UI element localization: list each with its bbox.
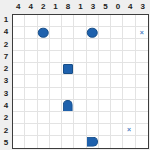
grid-cell[interactable] [38,88,50,100]
grid-cell[interactable] [62,75,74,87]
row-clue: 4 [0,100,12,112]
grid-cell[interactable] [50,27,62,39]
grid-cell[interactable] [25,136,37,148]
grid-cell[interactable] [38,39,50,51]
col-clue: 4 [12,0,24,14]
grid-cell[interactable] [25,39,37,51]
row-clue: 2 [0,124,12,136]
grid-cell[interactable] [136,51,148,63]
grid-cell[interactable] [87,88,99,100]
grid-cell[interactable] [111,27,123,39]
row-clue: 2 [0,39,12,51]
grid-cell[interactable] [74,75,86,87]
grid-cell[interactable] [111,88,123,100]
grid-cell[interactable] [74,15,86,27]
grid-cell[interactable] [62,112,74,124]
grid-cell[interactable] [87,124,99,136]
grid-cell[interactable] [13,63,25,75]
col-clue: 3 [137,0,149,14]
grid-cell[interactable] [99,63,111,75]
grid-cell[interactable] [50,100,62,112]
grid-cell[interactable] [99,100,111,112]
grid-cell[interactable] [62,124,74,136]
grid-cell[interactable] [25,27,37,39]
col-clue: 8 [62,0,74,14]
grid-cell[interactable] [62,51,74,63]
grid-cell[interactable] [50,39,62,51]
grid-cell[interactable] [111,63,123,75]
grid-cell[interactable] [13,136,25,148]
grid-cell[interactable] [123,88,135,100]
grid-cell[interactable] [62,88,74,100]
grid-cell[interactable] [99,39,111,51]
column-clues: 44218135043 [12,0,149,14]
grid-cell[interactable] [13,88,25,100]
battleship-board: 44218135043 14272334225 ×× [0,0,150,150]
grid-cell[interactable] [74,63,86,75]
col-clue: 3 [87,0,99,14]
grid-cell[interactable] [38,63,50,75]
grid-cell[interactable] [87,75,99,87]
grid-cell[interactable] [87,112,99,124]
grid-cell[interactable] [136,124,148,136]
grid-cell[interactable] [13,100,25,112]
grid-cell[interactable] [87,39,99,51]
grid-cell[interactable] [136,75,148,87]
grid-cell[interactable] [13,39,25,51]
grid-cell[interactable] [50,88,62,100]
grid-cell[interactable] [74,27,86,39]
grid-cell[interactable] [99,88,111,100]
grid-cell[interactable] [123,27,135,39]
grid-cell[interactable] [87,15,99,27]
grid-cell[interactable]: × [136,27,148,39]
grid-cell[interactable] [74,39,86,51]
row-clue: 5 [0,137,12,149]
grid-cell[interactable] [87,27,99,39]
grid-cell[interactable] [74,124,86,136]
grid-cell[interactable] [123,136,135,148]
grid-cell[interactable] [111,124,123,136]
grid-cell[interactable] [87,51,99,63]
row-clues: 14272334225 [0,14,12,149]
grid-cell[interactable] [62,27,74,39]
row-clue: 1 [0,14,12,26]
ship-end-right-piece [87,137,98,148]
grid-cell[interactable] [99,124,111,136]
grid-cell[interactable] [123,75,135,87]
grid-cell[interactable] [62,63,74,75]
grid-cell[interactable] [123,63,135,75]
grid-cell[interactable] [136,15,148,27]
grid-cell[interactable] [74,136,86,148]
row-clue: 7 [0,51,12,63]
grid-cell[interactable] [38,51,50,63]
grid-cell[interactable] [99,27,111,39]
submarine-piece [38,27,49,38]
grid-cell[interactable] [25,15,37,27]
grid-cell[interactable] [87,100,99,112]
ship-middle-piece [63,64,73,74]
grid-cell[interactable] [62,136,74,148]
col-clue: 1 [74,0,86,14]
grid-cell[interactable] [38,124,50,136]
row-clue: 4 [0,26,12,38]
grid-cell[interactable] [111,112,123,124]
col-clue: 1 [49,0,61,14]
grid-cell[interactable] [111,15,123,27]
grid-cell[interactable] [99,51,111,63]
grid-cell[interactable] [25,124,37,136]
grid-cell[interactable] [50,136,62,148]
grid-cell[interactable] [87,63,99,75]
grid-cell[interactable] [74,51,86,63]
row-clue: 3 [0,88,12,100]
grid-cell[interactable] [50,63,62,75]
grid-cell[interactable] [25,51,37,63]
grid-cell[interactable] [25,75,37,87]
row-clue: 2 [0,63,12,75]
grid-cell[interactable] [13,75,25,87]
col-clue: 4 [24,0,36,14]
grid-cell[interactable] [62,100,74,112]
grid-cell[interactable] [38,100,50,112]
grid-cell[interactable] [62,15,74,27]
water-mark: × [136,27,148,38]
col-clue: 2 [37,0,49,14]
row-clue: 3 [0,75,12,87]
grid-cell[interactable] [50,75,62,87]
col-clue: 4 [124,0,136,14]
grid-cell[interactable] [50,124,62,136]
grid-cell[interactable] [74,100,86,112]
grid-cell[interactable] [123,15,135,27]
grid-cell[interactable] [111,136,123,148]
grid-cell[interactable] [74,88,86,100]
water-mark: × [123,124,134,135]
grid-cell[interactable] [38,75,50,87]
grid-cell[interactable] [62,39,74,51]
grid-cell[interactable] [99,112,111,124]
grid-cell[interactable] [50,112,62,124]
grid-cell[interactable] [99,15,111,27]
grid-cell[interactable] [25,100,37,112]
submarine-piece [87,27,98,38]
grid-cell[interactable] [99,136,111,148]
grid-cell[interactable] [123,51,135,63]
puzzle-grid: ×× [12,14,149,149]
row-clue: 2 [0,112,12,124]
grid-cell[interactable] [123,100,135,112]
grid-cell[interactable] [25,112,37,124]
grid-cell[interactable] [74,112,86,124]
grid-cell[interactable] [38,136,50,148]
grid-cell[interactable] [25,88,37,100]
grid-cell[interactable] [13,112,25,124]
grid-cell[interactable] [87,136,99,148]
grid-cell[interactable] [111,100,123,112]
grid-cell[interactable] [136,100,148,112]
grid-cell[interactable] [123,112,135,124]
grid-cell[interactable] [13,15,25,27]
grid-cell[interactable] [13,27,25,39]
grid-cell[interactable]: × [123,124,135,136]
grid-cell[interactable] [136,63,148,75]
grid-cell[interactable] [111,75,123,87]
grid-cell[interactable] [136,136,148,148]
grid-cell[interactable] [38,112,50,124]
grid-cell[interactable] [136,39,148,51]
grid-cell[interactable] [99,75,111,87]
grid-cell[interactable] [50,15,62,27]
grid-cell[interactable] [50,51,62,63]
grid-cell[interactable] [13,124,25,136]
grid-cell[interactable] [136,88,148,100]
grid-cell[interactable] [38,15,50,27]
grid-cell[interactable] [38,27,50,39]
col-clue: 0 [112,0,124,14]
grid-cell[interactable] [111,39,123,51]
ship-end-up-piece [62,100,73,111]
grid-cell[interactable] [111,51,123,63]
grid-cell[interactable] [25,63,37,75]
grid-cell[interactable] [123,39,135,51]
grid-cell[interactable] [13,51,25,63]
grid-cell[interactable] [136,112,148,124]
col-clue: 5 [99,0,111,14]
